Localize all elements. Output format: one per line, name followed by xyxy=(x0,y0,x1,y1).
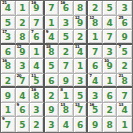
sudoku-cell-r3c9[interactable]: 9 xyxy=(117,30,132,45)
cell-digit: 7 xyxy=(77,106,83,115)
sudoku-cell-r8c3[interactable]: 3 xyxy=(30,103,45,118)
sudoku-cell-r7c5[interactable]: 81 xyxy=(59,88,74,103)
sudoku-cell-r4c7[interactable]: 7 xyxy=(88,45,103,60)
cell-digit: 9 xyxy=(63,76,69,85)
sudoku-cell-r8c1[interactable]: 1 xyxy=(1,103,16,118)
sudoku-cell-r7c8[interactable]: 6 xyxy=(103,88,118,103)
sudoku-cell-r7c6[interactable]: 5 xyxy=(74,88,89,103)
cell-digit: 5 xyxy=(63,32,69,41)
cell-digit: 1 xyxy=(19,4,25,13)
sudoku-cell-r3c3[interactable]: 76 xyxy=(30,30,45,45)
cell-digit: 7 xyxy=(19,76,25,85)
cell-digit: 6 xyxy=(63,4,69,13)
sudoku-cell-r2c8[interactable]: 4 xyxy=(103,16,118,31)
cell-digit: 8 xyxy=(122,76,128,85)
cell-digit: 2 xyxy=(19,18,25,27)
sudoku-cell-r9c5[interactable]: 4 xyxy=(59,117,74,132)
sudoku-cell-r1c2[interactable]: 1 xyxy=(16,1,31,16)
cell-digit: 6 xyxy=(107,91,113,100)
cell-digit: 5 xyxy=(33,76,39,85)
sudoku-cell-r6c2[interactable]: 207 xyxy=(16,74,31,89)
cell-digit: 7 xyxy=(92,47,98,56)
cell-digit: 4 xyxy=(107,18,113,27)
cell-digit: 4 xyxy=(19,91,25,100)
cell-digit: 3 xyxy=(107,47,113,56)
sudoku-cell-r7c3[interactable]: 168 xyxy=(30,88,45,103)
cell-digit: 8 xyxy=(107,121,113,130)
cell-digit: 6 xyxy=(48,76,54,85)
cell-digit: 4 xyxy=(92,76,98,85)
sudoku-cell-r2c9[interactable]: 256 xyxy=(117,16,132,31)
cell-digit: 2 xyxy=(107,106,113,115)
cell-digit: 7 xyxy=(122,91,128,100)
sudoku-cell-r9c3[interactable]: 2 xyxy=(30,117,45,132)
sudoku-cell-r2c7[interactable]: 128 xyxy=(88,16,103,31)
cell-digit: 5 xyxy=(122,47,128,56)
cell-digit: 4 xyxy=(48,32,54,41)
cell-digit: 9 xyxy=(19,47,25,56)
cell-digit: 2 xyxy=(48,91,54,100)
sudoku-cell-r7c7[interactable]: 3 xyxy=(88,88,103,103)
sudoku-cell-r2c1[interactable]: 5 xyxy=(1,16,16,31)
cell-digit: 1 xyxy=(48,18,54,27)
cell-digit: 3 xyxy=(63,18,69,27)
cell-digit: 3 xyxy=(48,121,54,130)
sudoku-cell-r5c8[interactable]: 109 xyxy=(103,59,118,74)
cell-digit: 8 xyxy=(63,106,69,115)
sudoku-cell-r5c9[interactable]: 2 xyxy=(117,59,132,74)
sudoku-cell-r6c5[interactable]: 9 xyxy=(59,74,74,89)
cell-digit: 8 xyxy=(19,32,25,41)
sudoku-cell-r1c6[interactable]: 8 xyxy=(74,1,89,16)
sudoku-cell-r4c3[interactable]: 1 xyxy=(30,45,45,60)
cell-digit: 2 xyxy=(122,62,128,71)
cell-digit: 9 xyxy=(122,32,128,41)
cell-digit: 4 xyxy=(63,121,69,130)
cell-digit: 9 xyxy=(33,4,39,13)
cell-digit: 5 xyxy=(19,121,25,130)
sudoku-cell-r2c6[interactable]: 129 xyxy=(74,16,89,31)
sudoku-cell-r4c9[interactable]: 75 xyxy=(117,45,132,60)
sudoku-cell-r8c2[interactable]: 96 xyxy=(16,103,31,118)
sudoku-cell-r5c3[interactable]: 4 xyxy=(30,59,45,74)
sudoku-cell-r6c8[interactable]: 1 xyxy=(103,74,118,89)
cell-digit: 7 xyxy=(107,32,113,41)
sudoku-cell-r4c5[interactable]: 2 xyxy=(59,45,74,60)
cell-digit: 8 xyxy=(5,62,11,71)
sudoku-cell-r7c2[interactable]: 4 xyxy=(16,88,31,103)
cell-digit: 8 xyxy=(92,18,98,27)
cell-digit: 6 xyxy=(77,121,83,130)
cell-digit: 9 xyxy=(92,121,98,130)
sudoku-cell-r8c5[interactable]: 138 xyxy=(59,103,74,118)
cell-digit: 2 xyxy=(33,121,39,130)
sudoku-cell-r5c5[interactable]: 7 xyxy=(59,59,74,74)
cell-digit: 4 xyxy=(33,62,39,71)
cell-digit: 8 xyxy=(77,4,83,13)
cell-digit: 1 xyxy=(5,106,11,115)
cell-digit: 7 xyxy=(5,121,11,130)
sudoku-cell-r3c4[interactable]: 94 xyxy=(45,30,60,45)
sudoku-cell-r8c9[interactable]: 134 xyxy=(117,103,132,118)
sudoku-cell-r9c7[interactable]: 9 xyxy=(88,117,103,132)
cell-digit: 4 xyxy=(77,47,83,56)
sudoku-cell-r1c4[interactable]: 7 xyxy=(45,1,60,16)
sudoku-cell-r1c7[interactable]: 2 xyxy=(88,1,103,16)
cell-digit: 2 xyxy=(77,32,83,41)
cell-digit: 5 xyxy=(77,91,83,100)
cell-digit: 9 xyxy=(107,62,113,71)
sudoku-cell-r5c6[interactable]: 1 xyxy=(74,59,89,74)
cell-digit: 5 xyxy=(107,4,113,13)
cell-digit: 1 xyxy=(33,47,39,56)
cell-digit: 7 xyxy=(33,18,39,27)
cell-digit: 7 xyxy=(63,62,69,71)
sudoku-cell-r8c4[interactable]: 9 xyxy=(45,103,60,118)
sudoku-cell-r6c6[interactable]: 3 xyxy=(74,74,89,89)
cell-digit: 9 xyxy=(5,91,11,100)
sudoku-cell-r4c6[interactable]: 114 xyxy=(74,45,89,60)
sudoku-cell-r4c8[interactable]: 3 xyxy=(103,45,118,60)
cell-digit: 9 xyxy=(77,18,83,27)
cell-digit: 1 xyxy=(63,91,69,100)
cell-digit: 5 xyxy=(92,106,98,115)
cell-digit: 8 xyxy=(33,91,39,100)
cell-digit: 8 xyxy=(48,47,54,56)
sudoku-cell-r2c3[interactable]: 7 xyxy=(30,16,45,31)
sudoku-cell-r8c6[interactable]: 137 xyxy=(74,103,89,118)
cell-digit: 1 xyxy=(77,62,83,71)
sudoku-cell-r4c4[interactable]: 188 xyxy=(45,45,60,60)
cell-digit: 5 xyxy=(48,62,54,71)
cell-digit: 1 xyxy=(122,121,128,130)
sudoku-cell-r9c1[interactable]: 97 xyxy=(1,117,16,132)
cell-digit: 3 xyxy=(33,106,39,115)
sudoku-cell-r7c1[interactable]: 9 xyxy=(1,88,16,103)
cell-digit: 4 xyxy=(5,4,11,13)
sudoku-cell-r5c2[interactable]: 3 xyxy=(16,59,31,74)
sudoku-cell-r6c9[interactable]: 218 xyxy=(117,74,132,89)
sudoku-cell-r2c2[interactable]: 2 xyxy=(16,16,31,31)
cell-digit: 3 xyxy=(77,76,83,85)
sudoku-cell-r3c8[interactable]: 7 xyxy=(103,30,118,45)
sudoku-cell-r4c2[interactable]: 129 xyxy=(16,45,31,60)
sudoku-cell-r5c7[interactable]: 6 xyxy=(88,59,103,74)
sudoku-cell-r6c4[interactable]: 6 xyxy=(45,74,60,89)
cell-digit: 3 xyxy=(122,4,128,13)
sudoku-board: 2141169716682535271312912842561738769452… xyxy=(0,0,133,133)
sudoku-cell-r9c6[interactable]: 6 xyxy=(74,117,89,132)
sudoku-cell-r8c8[interactable]: 2 xyxy=(103,103,118,118)
sudoku-cell-r3c7[interactable]: 1 xyxy=(88,30,103,45)
sudoku-cell-r8c7[interactable]: 165 xyxy=(88,103,103,118)
sudoku-cell-r9c4[interactable]: 3 xyxy=(45,117,60,132)
sudoku-cell-r6c7[interactable]: 74 xyxy=(88,74,103,89)
sudoku-cell-r9c9[interactable]: 1 xyxy=(117,117,132,132)
sudoku-cell-r3c5[interactable]: 5 xyxy=(59,30,74,45)
sudoku-cell-r9c8[interactable]: 8 xyxy=(103,117,118,132)
sudoku-cell-r4c1[interactable]: 6 xyxy=(1,45,16,60)
sudoku-cell-r1c1[interactable]: 214 xyxy=(1,1,16,16)
cell-digit: 5 xyxy=(5,18,11,27)
sudoku-cell-r6c1[interactable]: 2 xyxy=(1,74,16,89)
sudoku-cell-r1c3[interactable]: 169 xyxy=(30,1,45,16)
sudoku-cell-r6c3[interactable]: 115 xyxy=(30,74,45,89)
cell-digit: 6 xyxy=(92,62,98,71)
sudoku-cell-r3c2[interactable]: 8 xyxy=(16,30,31,45)
cell-digit: 3 xyxy=(5,32,11,41)
sudoku-cell-r9c2[interactable]: 5 xyxy=(16,117,31,132)
sudoku-cell-r3c1[interactable]: 173 xyxy=(1,30,16,45)
cell-digit: 3 xyxy=(19,62,25,71)
cell-digit: 1 xyxy=(107,76,113,85)
sudoku-cell-r2c5[interactable]: 3 xyxy=(59,16,74,31)
sudoku-cell-r7c4[interactable]: 2 xyxy=(45,88,60,103)
sudoku-cell-r1c9[interactable]: 3 xyxy=(117,1,132,16)
sudoku-cell-r5c1[interactable]: 168 xyxy=(1,59,16,74)
cage-sum: 7 xyxy=(118,45,120,49)
cell-digit: 9 xyxy=(48,106,54,115)
cell-digit: 6 xyxy=(19,106,25,115)
cell-digit: 4 xyxy=(122,106,128,115)
cell-digit: 6 xyxy=(33,32,39,41)
cell-digit: 2 xyxy=(92,4,98,13)
cell-digit: 2 xyxy=(63,47,69,56)
sudoku-cell-r2c4[interactable]: 1 xyxy=(45,16,60,31)
cell-digit: 6 xyxy=(5,47,11,56)
sudoku-cell-r5c4[interactable]: 5 xyxy=(45,59,60,74)
cell-digit: 6 xyxy=(122,18,128,27)
cell-digit: 3 xyxy=(92,91,98,100)
cell-digit: 7 xyxy=(48,4,54,13)
sudoku-cell-r1c8[interactable]: 5 xyxy=(103,1,118,16)
sudoku-cell-r3c6[interactable]: 2 xyxy=(74,30,89,45)
sudoku-cell-r1c5[interactable]: 166 xyxy=(59,1,74,16)
cell-digit: 1 xyxy=(92,32,98,41)
sudoku-cell-r7c9[interactable]: 7 xyxy=(117,88,132,103)
cell-digit: 2 xyxy=(5,76,11,85)
